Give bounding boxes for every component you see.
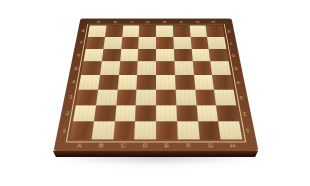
chessboard-photo: ABCDEFGH ABCDEFGH 87654321 87654321 — [0, 0, 310, 186]
rank-label-right-8: 8 — [222, 25, 235, 36]
square-d6[interactable] — [138, 49, 156, 62]
square-h1[interactable] — [218, 122, 242, 140]
file-label-bottom-f: F — [178, 139, 201, 151]
file-label-bottom-b: B — [90, 139, 113, 151]
file-label-bottom-h: H — [221, 139, 245, 151]
square-g4[interactable] — [194, 75, 215, 89]
square-f3[interactable] — [175, 89, 196, 104]
file-label-bottom-e: E — [156, 139, 178, 151]
square-d7[interactable] — [138, 37, 156, 49]
square-d4[interactable] — [137, 75, 156, 89]
square-g5[interactable] — [192, 61, 212, 75]
square-a2[interactable] — [73, 105, 96, 122]
file-label-bottom-a: A — [68, 139, 92, 151]
board-side-edge — [53, 151, 258, 157]
square-h8[interactable] — [206, 25, 225, 36]
file-labels-top: ABCDEFGH — [90, 19, 223, 26]
square-g2[interactable] — [196, 105, 218, 122]
square-c3[interactable] — [116, 89, 137, 104]
board-perspective-wrapper: ABCDEFGH ABCDEFGH 87654321 87654321 — [53, 19, 258, 152]
square-b5[interactable] — [100, 61, 120, 75]
square-b3[interactable] — [96, 89, 117, 104]
square-e5[interactable] — [156, 61, 175, 75]
square-e6[interactable] — [156, 49, 174, 62]
square-f5[interactable] — [174, 61, 193, 75]
square-g8[interactable] — [189, 25, 207, 36]
square-e3[interactable] — [156, 89, 176, 104]
square-f7[interactable] — [173, 37, 191, 49]
square-c6[interactable] — [120, 49, 139, 62]
square-d2[interactable] — [135, 105, 156, 122]
square-c7[interactable] — [121, 37, 139, 49]
file-label-bottom-d: D — [134, 139, 156, 151]
square-c4[interactable] — [117, 75, 137, 89]
square-d3[interactable] — [136, 89, 156, 104]
square-f2[interactable] — [176, 105, 198, 122]
square-d5[interactable] — [137, 61, 156, 75]
chess-board[interactable]: ABCDEFGH ABCDEFGH 87654321 87654321 — [53, 19, 258, 152]
square-c2[interactable] — [114, 105, 136, 122]
square-h3[interactable] — [214, 89, 236, 104]
square-a4[interactable] — [78, 75, 99, 89]
square-a7[interactable] — [86, 37, 105, 49]
square-g6[interactable] — [191, 49, 210, 62]
file-label-top-b: B — [106, 19, 123, 26]
square-b2[interactable] — [94, 105, 116, 122]
square-f1[interactable] — [177, 122, 199, 140]
square-e2[interactable] — [156, 105, 177, 122]
file-label-top-g: G — [189, 19, 206, 26]
square-e4[interactable] — [156, 75, 175, 89]
square-a8[interactable] — [88, 25, 107, 36]
square-a5[interactable] — [81, 61, 102, 75]
file-label-top-f: F — [172, 19, 189, 26]
square-b6[interactable] — [102, 49, 121, 62]
square-a1[interactable] — [70, 122, 94, 140]
square-b8[interactable] — [105, 25, 123, 36]
file-label-top-e: E — [156, 19, 173, 26]
file-label-top-d: D — [139, 19, 156, 26]
square-h4[interactable] — [212, 75, 233, 89]
rank-label-right-6: 6 — [226, 49, 240, 62]
square-b7[interactable] — [103, 37, 122, 49]
square-c1[interactable] — [113, 122, 135, 140]
square-g7[interactable] — [190, 37, 209, 49]
file-label-top-c: C — [123, 19, 140, 26]
square-g1[interactable] — [198, 122, 221, 140]
file-labels-bottom: ABCDEFGH — [68, 139, 245, 151]
square-a6[interactable] — [83, 49, 103, 62]
square-f4[interactable] — [175, 75, 195, 89]
square-f8[interactable] — [173, 25, 191, 36]
rank-label-right-7: 7 — [224, 37, 237, 49]
square-f6[interactable] — [174, 49, 193, 62]
square-c5[interactable] — [119, 61, 138, 75]
square-h2[interactable] — [216, 105, 239, 122]
square-e7[interactable] — [156, 37, 174, 49]
file-label-top-h: H — [205, 19, 222, 26]
board-squares — [70, 25, 243, 139]
square-d8[interactable] — [139, 25, 156, 36]
file-label-bottom-g: G — [199, 139, 222, 151]
square-e8[interactable] — [156, 25, 173, 36]
square-c8[interactable] — [122, 25, 140, 36]
square-h7[interactable] — [207, 37, 226, 49]
square-b1[interactable] — [91, 122, 114, 140]
square-a3[interactable] — [76, 89, 98, 104]
square-b4[interactable] — [98, 75, 119, 89]
square-h6[interactable] — [209, 49, 229, 62]
square-h5[interactable] — [210, 61, 231, 75]
square-g3[interactable] — [195, 89, 216, 104]
square-e1[interactable] — [156, 122, 178, 140]
file-label-top-a: A — [90, 19, 107, 26]
square-d1[interactable] — [134, 122, 156, 140]
file-label-bottom-c: C — [112, 139, 135, 151]
